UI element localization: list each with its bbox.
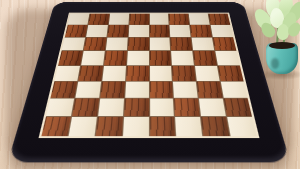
square-h4 xyxy=(218,66,243,81)
chess-board xyxy=(8,2,291,163)
square-h7 xyxy=(211,25,233,37)
square-f2 xyxy=(174,98,200,116)
square-c6 xyxy=(106,38,128,51)
square-e4 xyxy=(149,66,172,81)
square-c4 xyxy=(102,66,126,81)
square-g3 xyxy=(197,81,223,97)
square-b1 xyxy=(68,117,96,136)
square-c3 xyxy=(100,81,125,97)
pot-soil xyxy=(269,42,295,49)
square-e7 xyxy=(149,25,169,37)
scene xyxy=(0,0,300,169)
square-a6 xyxy=(62,38,85,51)
square-e6 xyxy=(149,38,170,51)
square-a1 xyxy=(41,117,70,136)
square-f8 xyxy=(169,14,189,25)
square-b8 xyxy=(88,14,109,25)
square-a5 xyxy=(58,51,82,65)
square-g8 xyxy=(189,14,210,25)
square-c8 xyxy=(109,14,129,25)
square-c7 xyxy=(107,25,128,37)
square-d1 xyxy=(123,117,149,136)
pot-shadow-mark xyxy=(271,58,279,69)
square-b7 xyxy=(86,25,108,37)
square-d3 xyxy=(125,81,149,97)
square-b4 xyxy=(78,66,103,81)
square-c5 xyxy=(104,51,127,65)
square-e3 xyxy=(150,81,174,97)
square-d7 xyxy=(128,25,148,37)
playfield xyxy=(39,13,260,139)
square-g5 xyxy=(193,51,216,65)
square-a2 xyxy=(46,98,74,116)
square-f3 xyxy=(173,81,198,97)
square-e8 xyxy=(149,14,169,25)
square-d5 xyxy=(127,51,149,65)
square-b2 xyxy=(72,98,99,116)
square-d8 xyxy=(129,14,149,25)
square-e5 xyxy=(149,51,171,65)
square-h8 xyxy=(209,14,231,25)
square-c2 xyxy=(98,98,124,116)
square-a3 xyxy=(51,81,78,97)
square-g1 xyxy=(201,117,229,136)
square-d4 xyxy=(126,66,149,81)
square-a8 xyxy=(68,14,90,25)
square-g6 xyxy=(192,38,215,51)
square-f4 xyxy=(172,66,196,81)
square-c1 xyxy=(95,117,122,136)
square-e2 xyxy=(150,98,175,116)
square-e1 xyxy=(150,117,176,136)
square-g7 xyxy=(190,25,212,37)
square-b5 xyxy=(81,51,104,65)
square-b6 xyxy=(84,38,107,51)
square-h6 xyxy=(213,38,236,51)
square-g4 xyxy=(195,66,220,81)
square-g2 xyxy=(199,98,226,116)
square-b3 xyxy=(75,81,101,97)
square-f1 xyxy=(175,117,202,136)
square-d2 xyxy=(124,98,149,116)
square-h5 xyxy=(215,51,239,65)
square-f7 xyxy=(170,25,191,37)
square-h1 xyxy=(227,117,256,136)
square-h2 xyxy=(224,98,252,116)
square-a4 xyxy=(55,66,80,81)
square-f5 xyxy=(171,51,194,65)
square-a7 xyxy=(65,25,87,37)
square-h3 xyxy=(221,81,248,97)
square-f6 xyxy=(171,38,193,51)
square-d6 xyxy=(128,38,149,51)
